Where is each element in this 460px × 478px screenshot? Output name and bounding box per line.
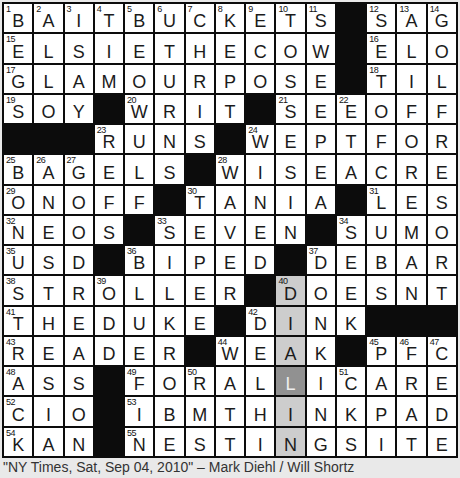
cell-r8c4[interactable]: S — [95, 216, 123, 244]
cell-r9c6[interactable]: I — [155, 246, 183, 274]
cell-r10c8[interactable]: R — [216, 276, 244, 304]
cell-letter: E — [125, 43, 153, 62]
cell-r6c15[interactable]: E — [428, 155, 456, 183]
cell-r10c14[interactable]: N — [397, 276, 425, 304]
cell-r9c9[interactable]: D — [246, 246, 274, 274]
cell-letter: F — [428, 103, 456, 122]
cell-r2c15[interactable]: O — [428, 34, 456, 62]
cell-letter: B — [125, 254, 153, 273]
cell-letter: E — [276, 133, 304, 152]
cell-r2c14[interactable]: L — [397, 34, 425, 62]
cell-r13c14[interactable]: R — [397, 367, 425, 395]
cell-r11c3[interactable]: E — [65, 307, 93, 335]
cell-letter: I — [125, 406, 153, 425]
cell-r2c6[interactable]: T — [155, 34, 183, 62]
cell-r11c5[interactable]: U — [125, 307, 153, 335]
cell-r10c7[interactable]: E — [186, 276, 214, 304]
cell-r12c3[interactable]: A — [65, 337, 93, 365]
cell-letter: D — [307, 254, 335, 273]
cell-r1c14[interactable]: 13A — [397, 4, 425, 32]
cell-letter: A — [216, 194, 244, 213]
cell-letter: I — [34, 406, 62, 425]
cell-r4c7[interactable]: I — [186, 95, 214, 123]
cell-r3c14[interactable]: I — [397, 65, 425, 93]
block-r11c8 — [216, 307, 244, 335]
cell-r9c8[interactable]: E — [216, 246, 244, 274]
cell-r6c13[interactable]: C — [367, 155, 395, 183]
cell-r13c12[interactable]: 51C — [337, 367, 365, 395]
cell-letter: O — [65, 224, 93, 243]
cell-r1c9[interactable]: 9E — [246, 4, 274, 32]
cell-r1c2[interactable]: 2A — [34, 4, 62, 32]
cell-r2c2[interactable]: L — [34, 34, 62, 62]
cell-r14c6[interactable]: B — [155, 397, 183, 425]
cell-r12c6[interactable]: R — [155, 337, 183, 365]
cell-letter: R — [65, 285, 93, 304]
cell-r1c13[interactable]: 12S — [367, 4, 395, 32]
cell-letter: M — [186, 406, 214, 425]
cell-r9c2[interactable]: S — [34, 246, 62, 274]
cell-letter: E — [397, 194, 425, 213]
cell-r13c2[interactable]: S — [34, 367, 62, 395]
cell-letter: O — [246, 73, 274, 92]
cell-r4c13[interactable]: O — [367, 95, 395, 123]
cell-r5c12[interactable]: T — [337, 125, 365, 153]
cell-r15c11[interactable]: G — [307, 428, 335, 456]
cell-r1c4[interactable]: 4T — [95, 4, 123, 32]
cell-r5c13[interactable]: F — [367, 125, 395, 153]
cell-r8c12[interactable]: 34S — [337, 216, 365, 244]
crossword-grid: 1B2A3I4T5B6U7C8K9E10T11S12S13A14G15ELSIE… — [2, 2, 458, 458]
cell-letter: O — [125, 73, 153, 92]
cell-r8c2[interactable]: E — [34, 216, 62, 244]
cell-letter: N — [307, 406, 335, 425]
cell-r5c15[interactable]: R — [428, 125, 456, 153]
cell-r15c9[interactable]: I — [246, 428, 274, 456]
cell-r12c14[interactable]: 46F — [397, 337, 425, 365]
cell-r10c6[interactable]: L — [155, 276, 183, 304]
cell-r8c14[interactable]: M — [397, 216, 425, 244]
cell-letter: N — [155, 133, 183, 152]
block-r5c8 — [216, 125, 244, 153]
cell-r1c15[interactable]: 14G — [428, 4, 456, 32]
cell-r1c1[interactable]: 1B — [4, 4, 32, 32]
cell-r7c7[interactable]: 30T — [186, 186, 214, 214]
cell-r14c12[interactable]: K — [337, 397, 365, 425]
cell-r9c14[interactable]: A — [397, 246, 425, 274]
cell-r9c5[interactable]: 36B — [125, 246, 153, 274]
cell-r12c1[interactable]: 43R — [4, 337, 32, 365]
cell-letter: P — [367, 345, 395, 364]
cell-r1c8[interactable]: 8K — [216, 4, 244, 32]
cell-r10c2[interactable]: T — [34, 276, 62, 304]
block-r12c12 — [337, 337, 365, 365]
cell-r14c5[interactable]: 53I — [125, 397, 153, 425]
cell-r14c3[interactable]: O — [65, 397, 93, 425]
cell-letter: P — [186, 254, 214, 273]
cell-r8c3[interactable]: O — [65, 216, 93, 244]
cell-r13c7[interactable]: 50R — [186, 367, 214, 395]
cell-letter: R — [95, 133, 123, 152]
cell-letter: S — [34, 254, 62, 273]
cell-r9c15[interactable]: R — [428, 246, 456, 274]
cell-letter: N — [34, 194, 62, 213]
cell-r9c1[interactable]: 35U — [4, 246, 32, 274]
cell-r1c5[interactable]: 5B — [125, 4, 153, 32]
cell-r4c6[interactable]: R — [155, 95, 183, 123]
cell-letter: B — [125, 12, 153, 31]
block-r4c9 — [246, 95, 274, 123]
cell-r3c2[interactable]: L — [34, 65, 62, 93]
cell-letter: P — [307, 133, 335, 152]
cell-letter: E — [307, 73, 335, 92]
cell-letter: A — [216, 375, 244, 394]
cell-letter: U — [4, 254, 32, 273]
cell-r7c2[interactable]: N — [34, 186, 62, 214]
cell-r5c5[interactable]: U — [125, 125, 153, 153]
cell-r8c10[interactable]: N — [276, 216, 304, 244]
cell-r15c5[interactable]: 55N — [125, 428, 153, 456]
cell-r6c8[interactable]: 28W — [216, 155, 244, 183]
cell-letter: I — [155, 254, 183, 273]
cell-letter: T — [428, 285, 456, 304]
cell-r3c15[interactable]: L — [428, 65, 456, 93]
cell-letter: O — [34, 103, 62, 122]
cell-r3c1[interactable]: 17G — [4, 65, 32, 93]
cell-r11c7[interactable]: E — [186, 307, 214, 335]
cell-r10c13[interactable]: S — [367, 276, 395, 304]
cell-letter: S — [155, 164, 183, 183]
cell-r15c8[interactable]: T — [216, 428, 244, 456]
cell-letter: T — [155, 43, 183, 62]
cell-letter: W — [216, 345, 244, 364]
cell-letter: U — [367, 224, 395, 243]
cell-letter: A — [397, 254, 425, 273]
cell-letter: C — [246, 43, 274, 62]
cell-r4c5[interactable]: 20W — [125, 95, 153, 123]
cell-r1c11[interactable]: 11S — [307, 4, 335, 32]
cell-letter: S — [34, 375, 62, 394]
cell-letter: E — [307, 164, 335, 183]
cell-r10c15[interactable]: T — [428, 276, 456, 304]
cell-r12c15[interactable]: 47C — [428, 337, 456, 365]
cell-r3c3[interactable]: A — [65, 65, 93, 93]
cell-letter: A — [307, 194, 335, 213]
cell-r10c5[interactable]: L — [125, 276, 153, 304]
cell-r10c3[interactable]: R — [65, 276, 93, 304]
cell-letter: O — [307, 285, 335, 304]
cell-letter: R — [186, 375, 214, 394]
cell-r2c3[interactable]: S — [65, 34, 93, 62]
cell-r3c8[interactable]: P — [216, 65, 244, 93]
cell-letter: F — [397, 103, 425, 122]
block-r12c7 — [186, 337, 214, 365]
block-r11c14 — [397, 307, 425, 335]
cell-r14c8[interactable]: T — [216, 397, 244, 425]
cell-r3c10[interactable]: S — [276, 65, 304, 93]
cell-r5c10[interactable]: E — [276, 125, 304, 153]
cell-letter: H — [246, 406, 274, 425]
cell-r11c10[interactable]: I — [276, 307, 304, 335]
cell-r7c5[interactable]: F — [125, 186, 153, 214]
cell-r14c2[interactable]: I — [34, 397, 62, 425]
block-r5c1 — [4, 125, 32, 153]
cell-r6c6[interactable]: S — [155, 155, 183, 183]
cell-r15c15[interactable]: E — [428, 428, 456, 456]
cell-r1c3[interactable]: 3I — [65, 4, 93, 32]
cell-r15c7[interactable]: S — [186, 428, 214, 456]
cell-r3c5[interactable]: O — [125, 65, 153, 93]
cell-letter: H — [186, 43, 214, 62]
cell-letter: I — [397, 73, 425, 92]
cell-letter: S — [367, 12, 395, 31]
cell-r15c3[interactable]: N — [65, 428, 93, 456]
cell-r7c8[interactable]: A — [216, 186, 244, 214]
cell-r5c6[interactable]: N — [155, 125, 183, 153]
cell-letter: D — [246, 254, 274, 273]
cell-r4c3[interactable]: Y — [65, 95, 93, 123]
cell-r2c5[interactable]: E — [125, 34, 153, 62]
cell-r10c4[interactable]: 39O — [95, 276, 123, 304]
cell-r11c2[interactable]: H — [34, 307, 62, 335]
cell-r11c9[interactable]: 42D — [246, 307, 274, 335]
cell-r15c12[interactable]: S — [337, 428, 365, 456]
cell-r11c12[interactable]: K — [337, 307, 365, 335]
cell-r7c1[interactable]: 29O — [4, 186, 32, 214]
cell-r5c9[interactable]: 24W — [246, 125, 274, 153]
cell-letter: E — [155, 436, 183, 455]
cell-letter: V — [216, 224, 244, 243]
cell-letter: M — [95, 73, 123, 92]
cell-letter: O — [397, 133, 425, 152]
cell-r6c4[interactable]: E — [95, 155, 123, 183]
cell-r7c9[interactable]: N — [246, 186, 274, 214]
cell-r4c2[interactable]: O — [34, 95, 62, 123]
cell-letter: R — [397, 375, 425, 394]
cell-r4c14[interactable]: F — [397, 95, 425, 123]
cell-r13c15[interactable]: E — [428, 367, 456, 395]
cell-r6c1[interactable]: 25B — [4, 155, 32, 183]
cell-r11c6[interactable]: K — [155, 307, 183, 335]
cell-r6c5[interactable]: L — [125, 155, 153, 183]
cell-r15c1[interactable]: 54K — [4, 428, 32, 456]
cell-letter: K — [337, 315, 365, 334]
cell-letter: U — [155, 73, 183, 92]
cell-r4c8[interactable]: T — [216, 95, 244, 123]
cell-r14c13[interactable]: P — [367, 397, 395, 425]
cell-r12c11[interactable]: K — [307, 337, 335, 365]
cell-r2c9[interactable]: C — [246, 34, 274, 62]
cell-r15c6[interactable]: E — [155, 428, 183, 456]
cell-letter: E — [65, 315, 93, 334]
cell-letter: L — [125, 164, 153, 183]
block-r5c2 — [34, 125, 62, 153]
cell-r6c11[interactable]: E — [307, 155, 335, 183]
cell-r7c10[interactable]: I — [276, 186, 304, 214]
cell-r6c14[interactable]: R — [397, 155, 425, 183]
cell-letter: S — [155, 224, 183, 243]
cell-r11c11[interactable]: N — [307, 307, 335, 335]
cell-letter: S — [428, 194, 456, 213]
cell-r3c11[interactable]: E — [307, 65, 335, 93]
cell-r12c8[interactable]: 44W — [216, 337, 244, 365]
cell-letter: R — [186, 73, 214, 92]
cell-r6c12[interactable]: A — [337, 155, 365, 183]
cell-r7c15[interactable]: S — [428, 186, 456, 214]
cell-r5c4[interactable]: 23R — [95, 125, 123, 153]
cell-letter: F — [125, 194, 153, 213]
cell-letter: A — [4, 375, 32, 394]
cell-letter: L — [276, 375, 304, 394]
cell-r1c7[interactable]: 7C — [186, 4, 214, 32]
cell-letter: A — [65, 345, 93, 364]
cell-r13c13[interactable]: A — [367, 367, 395, 395]
cell-r9c3[interactable]: D — [65, 246, 93, 274]
cell-letter: C — [4, 406, 32, 425]
cell-r8c9[interactable]: E — [246, 216, 274, 244]
cell-letter: P — [367, 406, 395, 425]
cell-r3c7[interactable]: R — [186, 65, 214, 93]
cell-r13c9[interactable]: L — [246, 367, 274, 395]
cell-letter: I — [186, 103, 214, 122]
cell-letter: L — [34, 73, 62, 92]
cell-letter: K — [4, 436, 32, 455]
cell-r14c7[interactable]: M — [186, 397, 214, 425]
cell-letter: D — [246, 315, 274, 334]
cell-letter: E — [186, 224, 214, 243]
cell-letter: S — [337, 436, 365, 455]
cell-r3c9[interactable]: O — [246, 65, 274, 93]
cell-letter: E — [337, 103, 365, 122]
cell-r12c5[interactable]: E — [125, 337, 153, 365]
cell-letter: S — [367, 285, 395, 304]
cell-r11c1[interactable]: 41T — [4, 307, 32, 335]
cell-r3c4[interactable]: M — [95, 65, 123, 93]
cell-letter: D — [276, 285, 304, 304]
cell-letter: B — [367, 254, 395, 273]
cell-letter: I — [276, 406, 304, 425]
cell-letter: C — [186, 12, 214, 31]
cell-r8c6[interactable]: 33S — [155, 216, 183, 244]
cell-r12c9[interactable]: E — [246, 337, 274, 365]
cell-r1c10[interactable]: 10T — [276, 4, 304, 32]
cell-r12c13[interactable]: 45P — [367, 337, 395, 365]
cell-r6c10[interactable]: S — [276, 155, 304, 183]
cell-r13c5[interactable]: 49F — [125, 367, 153, 395]
cell-r8c7[interactable]: E — [186, 216, 214, 244]
cell-r1c6[interactable]: 6U — [155, 4, 183, 32]
cell-r14c10[interactable]: I — [276, 397, 304, 425]
cell-r13c10[interactable]: L — [276, 367, 304, 395]
cell-r14c9[interactable]: H — [246, 397, 274, 425]
cell-r5c14[interactable]: O — [397, 125, 425, 153]
cell-r4c15[interactable]: F — [428, 95, 456, 123]
cell-r13c8[interactable]: A — [216, 367, 244, 395]
cell-letter: E — [216, 254, 244, 273]
cell-r7c13[interactable]: 31L — [367, 186, 395, 214]
cell-r10c1[interactable]: 38S — [4, 276, 32, 304]
cell-letter: S — [65, 375, 93, 394]
cell-r2c4[interactable]: I — [95, 34, 123, 62]
cell-letter: G — [428, 12, 456, 31]
cell-letter: T — [337, 133, 365, 152]
cell-r14c11[interactable]: N — [307, 397, 335, 425]
cell-r9c13[interactable]: B — [367, 246, 395, 274]
cell-letter: G — [307, 436, 335, 455]
cell-r2c10[interactable]: O — [276, 34, 304, 62]
cell-r8c1[interactable]: 32N — [4, 216, 32, 244]
cell-r15c14[interactable]: T — [397, 428, 425, 456]
cell-r14c1[interactable]: 52C — [4, 397, 32, 425]
cell-r14c15[interactable]: D — [428, 397, 456, 425]
cell-r15c13[interactable]: I — [367, 428, 395, 456]
cell-r2c1[interactable]: 15E — [4, 34, 32, 62]
cell-r5c7[interactable]: S — [186, 125, 214, 153]
cell-letter: F — [95, 194, 123, 213]
cell-letter: U — [125, 133, 153, 152]
cell-letter: O — [95, 285, 123, 304]
cell-r13c1[interactable]: 48A — [4, 367, 32, 395]
cell-r9c11[interactable]: 37D — [307, 246, 335, 274]
cell-letter: O — [4, 194, 32, 213]
cell-r9c7[interactable]: P — [186, 246, 214, 274]
cell-r13c3[interactable]: S — [65, 367, 93, 395]
cell-letter: R — [428, 254, 456, 273]
cell-r8c8[interactable]: V — [216, 216, 244, 244]
cell-letter: F — [367, 133, 395, 152]
cell-r5c11[interactable]: P — [307, 125, 335, 153]
cell-r4c10[interactable]: 21S — [276, 95, 304, 123]
cell-r15c2[interactable]: A — [34, 428, 62, 456]
cell-r14c14[interactable]: A — [397, 397, 425, 425]
cell-r10c12[interactable]: E — [337, 276, 365, 304]
cell-r12c2[interactable]: E — [34, 337, 62, 365]
cell-r7c3[interactable]: O — [65, 186, 93, 214]
cell-r13c6[interactable]: O — [155, 367, 183, 395]
cell-r10c10[interactable]: 40D — [276, 276, 304, 304]
cell-r2c13[interactable]: 16E — [367, 34, 395, 62]
cell-r7c14[interactable]: E — [397, 186, 425, 214]
cell-r10c11[interactable]: O — [307, 276, 335, 304]
cell-r6c2[interactable]: 26A — [34, 155, 62, 183]
cell-r8c15[interactable]: O — [428, 216, 456, 244]
cell-r12c10[interactable]: A — [276, 337, 304, 365]
cell-r2c7[interactable]: H — [186, 34, 214, 62]
cell-r2c8[interactable]: E — [216, 34, 244, 62]
cell-r4c12[interactable]: 22E — [337, 95, 365, 123]
cell-letter: R — [4, 345, 32, 364]
cell-r7c4[interactable]: F — [95, 186, 123, 214]
cell-r15c10[interactable]: N — [276, 428, 304, 456]
cell-r6c9[interactable]: I — [246, 155, 274, 183]
cell-r13c11[interactable]: I — [307, 367, 335, 395]
cell-r6c3[interactable]: 27G — [65, 155, 93, 183]
block-r6c7 — [186, 155, 214, 183]
cell-r7c11[interactable]: A — [307, 186, 335, 214]
cell-letter: I — [95, 43, 123, 62]
cell-r4c11[interactable]: E — [307, 95, 335, 123]
cell-letter: I — [276, 315, 304, 334]
cell-r3c13[interactable]: 18T — [367, 65, 395, 93]
cell-r3c6[interactable]: U — [155, 65, 183, 93]
cell-r2c11[interactable]: W — [307, 34, 335, 62]
cell-r9c12[interactable]: E — [337, 246, 365, 274]
cell-r12c4[interactable]: D — [95, 337, 123, 365]
cell-r4c1[interactable]: 19S — [4, 95, 32, 123]
cell-letter: T — [95, 12, 123, 31]
cell-r11c4[interactable]: D — [95, 307, 123, 335]
cell-r8c13[interactable]: U — [367, 216, 395, 244]
